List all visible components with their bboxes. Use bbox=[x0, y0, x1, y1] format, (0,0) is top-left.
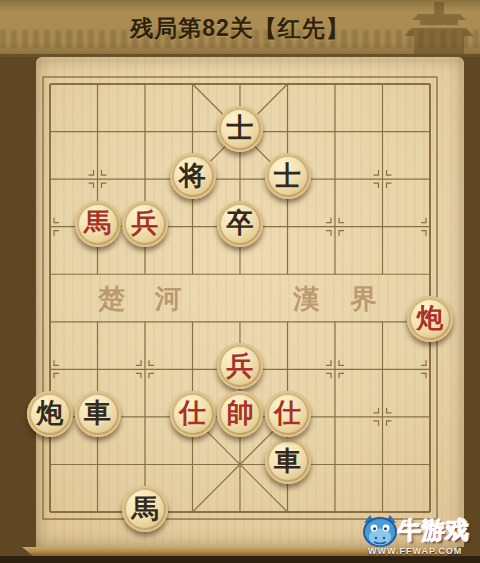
piece-glyph: 車 bbox=[274, 448, 301, 475]
piece-glyph: 馬 bbox=[132, 496, 159, 523]
piece-glyph: 将 bbox=[179, 163, 206, 190]
base-shadow bbox=[0, 556, 480, 563]
piece-black-chariot[interactable]: 車 bbox=[265, 438, 311, 484]
piece-glyph: 車 bbox=[84, 400, 111, 427]
piece-black-advisor[interactable]: 士 bbox=[265, 153, 311, 199]
board-bevel bbox=[22, 547, 458, 556]
piece-glyph: 仕 bbox=[274, 400, 301, 427]
piece-red-advisor[interactable]: 仕 bbox=[265, 391, 311, 437]
piece-black-horse[interactable]: 馬 bbox=[122, 486, 168, 532]
piece-red-horse[interactable]: 馬 bbox=[75, 201, 121, 247]
piece-glyph: 士 bbox=[274, 163, 301, 190]
piece-glyph: 炮 bbox=[37, 400, 64, 427]
piece-red-cannon[interactable]: 炮 bbox=[407, 296, 453, 342]
piece-glyph: 士 bbox=[227, 115, 254, 142]
page-title: 残局第82关【红先】 bbox=[0, 0, 480, 57]
piece-black-king[interactable]: 将 bbox=[170, 153, 216, 199]
header-bar: 残局第82关【红先】 bbox=[0, 0, 480, 57]
pieces-layer: 士将士卒炮車車馬馬兵炮兵仕帥仕 bbox=[36, 57, 464, 547]
piece-black-chariot[interactable]: 車 bbox=[75, 391, 121, 437]
piece-glyph: 仕 bbox=[179, 400, 206, 427]
piece-red-pawn[interactable]: 兵 bbox=[122, 201, 168, 247]
piece-glyph: 兵 bbox=[132, 210, 159, 237]
board-panel[interactable]: 楚河 漢界 士将士卒炮車車馬馬兵炮兵仕帥仕 bbox=[36, 57, 464, 547]
piece-glyph: 卒 bbox=[227, 210, 254, 237]
xiangqi-app: 残局第82关【红先】 楚河 漢界 士将士卒炮車車馬馬兵炮兵仕帥仕 牛游戏 WWW… bbox=[0, 0, 480, 563]
piece-glyph: 兵 bbox=[227, 353, 254, 380]
piece-black-cannon[interactable]: 炮 bbox=[27, 391, 73, 437]
piece-black-pawn[interactable]: 卒 bbox=[217, 201, 263, 247]
piece-red-king[interactable]: 帥 bbox=[217, 391, 263, 437]
piece-glyph: 馬 bbox=[84, 210, 111, 237]
piece-black-advisor[interactable]: 士 bbox=[217, 106, 263, 152]
piece-glyph: 帥 bbox=[227, 400, 254, 427]
piece-red-advisor[interactable]: 仕 bbox=[170, 391, 216, 437]
piece-glyph: 炮 bbox=[417, 305, 444, 332]
piece-red-pawn[interactable]: 兵 bbox=[217, 343, 263, 389]
